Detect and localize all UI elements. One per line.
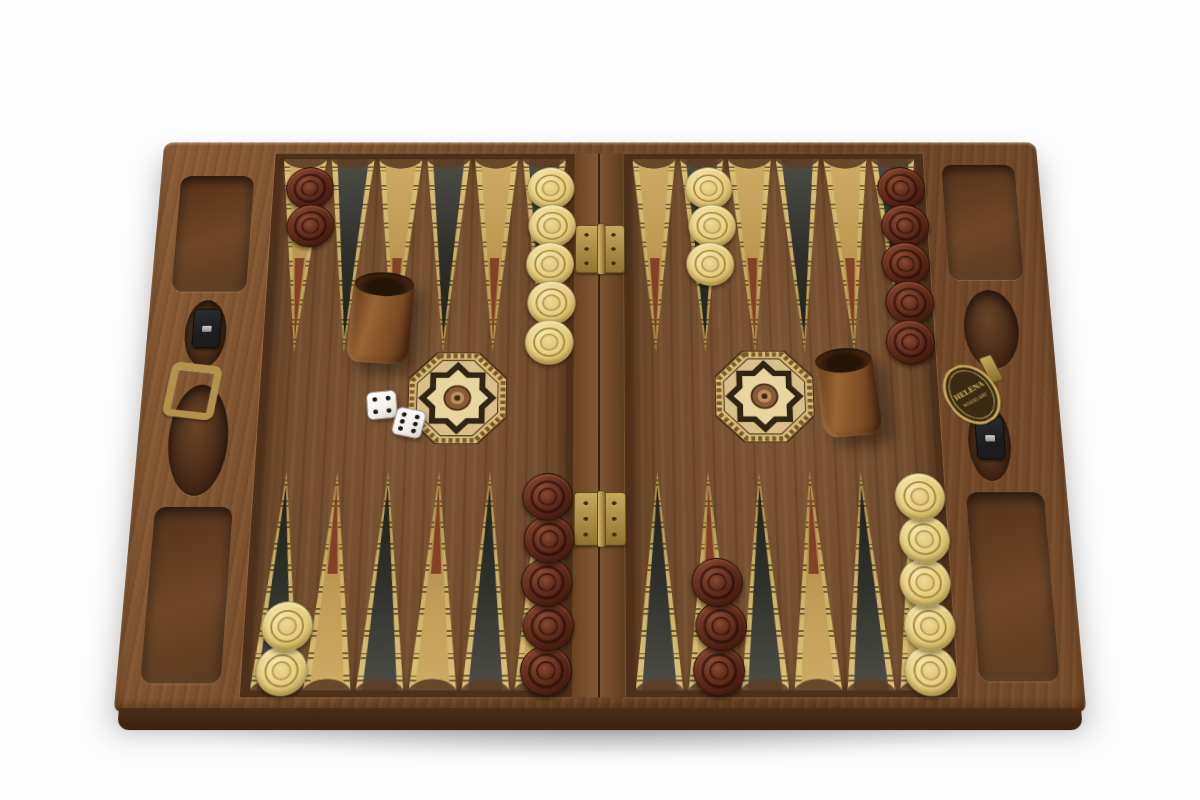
checker-light[interactable] — [260, 601, 315, 651]
checker-dark[interactable] — [520, 558, 572, 607]
hinge-bottom — [574, 492, 627, 546]
checker-dark[interactable] — [880, 242, 931, 285]
checker-light[interactable] — [526, 167, 574, 209]
die-pip — [414, 414, 420, 419]
dice-cup-right[interactable] — [813, 349, 883, 438]
checker-dark[interactable] — [285, 167, 335, 209]
checker-light[interactable] — [525, 242, 574, 285]
checker-light[interactable] — [903, 601, 958, 651]
die-pip — [400, 419, 406, 424]
right-tray-top-compartment — [941, 165, 1023, 280]
checker-dark[interactable] — [884, 320, 936, 365]
checker-dark[interactable] — [522, 601, 574, 651]
checker-light[interactable] — [524, 320, 573, 365]
left-latch[interactable] — [191, 309, 222, 348]
checker-light[interactable] — [527, 281, 576, 325]
checker-light[interactable] — [898, 515, 952, 563]
checker-dark[interactable] — [876, 167, 926, 209]
checker-light[interactable] — [684, 167, 732, 209]
checker-light[interactable] — [893, 473, 946, 521]
checker-light[interactable] — [687, 205, 736, 248]
hinge-top — [575, 225, 625, 273]
checker-dark[interactable] — [524, 515, 575, 563]
checker-dark[interactable] — [693, 646, 746, 697]
center-bar — [572, 154, 626, 698]
die-pip — [410, 429, 416, 434]
die-pip — [398, 426, 404, 431]
checker-light[interactable] — [898, 558, 952, 607]
die-pip — [412, 421, 418, 426]
photo-background: HELENA WOOD ART — [0, 0, 1200, 800]
checker-dark[interactable] — [885, 281, 936, 325]
checker-dark[interactable] — [522, 473, 573, 521]
checker-light[interactable] — [686, 242, 735, 285]
backgammon-case: HELENA WOOD ART — [114, 142, 1087, 713]
die-1-showing-4[interactable] — [366, 389, 398, 420]
die-pip — [402, 412, 408, 417]
checker-dark[interactable] — [694, 601, 747, 651]
right-board-half — [624, 154, 959, 698]
die-pip — [385, 396, 390, 401]
die-pip — [372, 397, 377, 402]
checker-dark[interactable] — [880, 205, 930, 248]
left-tray-bottom-compartment — [140, 507, 233, 684]
checker-light[interactable] — [528, 205, 576, 248]
left-tray-top-compartment — [172, 176, 255, 292]
dice-cup-left[interactable] — [345, 274, 415, 364]
die-pip — [373, 409, 378, 414]
checker-dark[interactable] — [519, 646, 572, 697]
right-tray-bottom-compartment — [966, 492, 1060, 681]
die-pip — [386, 408, 391, 413]
case-front-edge — [117, 708, 1083, 730]
case-interior: HELENA WOOD ART — [114, 142, 1087, 713]
checker-dark[interactable] — [285, 205, 335, 248]
checker-dark[interactable] — [691, 558, 743, 607]
